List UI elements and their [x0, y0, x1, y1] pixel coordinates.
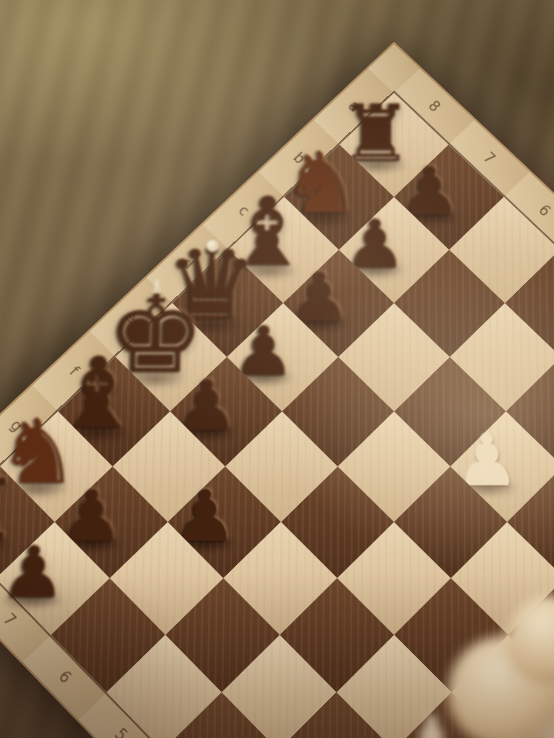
board-label-rank-7: 7 — [480, 149, 499, 167]
chess-photo-scene: 87654321a♜♟♟♜ab♞♟♟♞bc♝♟♟♝cd♛♟♟♛de♚♟♟♚ef♝… — [0, 0, 554, 738]
board-label-rank-6: 6 — [535, 202, 554, 220]
board-label-rank-8: 8 — [425, 98, 444, 116]
piece-black-pawn-h7[interactable]: ♟ — [0, 539, 67, 605]
piece-glyph: ♟ — [0, 539, 67, 605]
board-label-rank-6: 6 — [55, 667, 75, 687]
board-label-rank-5: 5 — [111, 725, 131, 738]
